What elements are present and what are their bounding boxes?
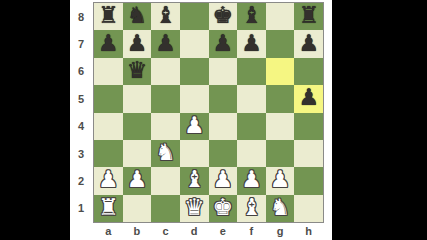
square-c1[interactable]: [151, 195, 180, 222]
square-d8[interactable]: [180, 3, 209, 30]
square-g1[interactable]: ♞: [266, 195, 295, 222]
square-c5[interactable]: [151, 85, 180, 112]
file-label-h: h: [294, 224, 323, 238]
black-pawn-a7: ♟: [98, 32, 119, 55]
square-a2[interactable]: ♟: [94, 167, 123, 194]
rank-label-1: 1: [70, 195, 92, 222]
square-d4[interactable]: ♟: [180, 113, 209, 140]
rank-label-2: 2: [70, 167, 92, 194]
square-f4[interactable]: [237, 113, 266, 140]
square-g7[interactable]: [266, 30, 295, 57]
square-g4[interactable]: [266, 113, 295, 140]
rank-label-4: 4: [70, 113, 92, 140]
square-e5[interactable]: [209, 85, 238, 112]
square-e2[interactable]: ♟: [209, 167, 238, 194]
square-h3[interactable]: [294, 140, 323, 167]
black-king-e8: ♚: [213, 4, 234, 27]
file-label-d: d: [180, 224, 209, 238]
black-pawn-c7: ♟: [155, 32, 176, 55]
black-knight-b8: ♞: [127, 4, 148, 27]
square-b6[interactable]: ♛: [123, 58, 152, 85]
square-b2[interactable]: ♟: [123, 167, 152, 194]
white-knight-c3: ♞: [155, 141, 176, 164]
white-knight-g1: ♞: [270, 196, 291, 219]
square-b7[interactable]: ♟: [123, 30, 152, 57]
white-pawn-b2: ♟: [127, 168, 148, 191]
page-background: { "game": "chess", "position": { "fen": …: [0, 0, 427, 240]
square-d7[interactable]: [180, 30, 209, 57]
white-bishop-f1: ♝: [241, 196, 262, 219]
white-king-e1: ♚: [213, 196, 234, 219]
black-pawn-b7: ♟: [127, 32, 148, 55]
file-label-c: c: [151, 224, 180, 238]
board-panel: ♜♞♝♚♝♜♟♟♟♟♟♟♛♟♟♞♟♟♝♟♟♟♜♛♚♝♞ 87654321 abc…: [70, 0, 332, 240]
square-f5[interactable]: [237, 85, 266, 112]
square-h4[interactable]: [294, 113, 323, 140]
square-e7[interactable]: ♟: [209, 30, 238, 57]
square-a5[interactable]: [94, 85, 123, 112]
square-e8[interactable]: ♚: [209, 3, 238, 30]
square-f6[interactable]: [237, 58, 266, 85]
black-bishop-c8: ♝: [155, 4, 176, 27]
square-g3[interactable]: [266, 140, 295, 167]
white-pawn-e2: ♟: [213, 168, 234, 191]
square-a3[interactable]: [94, 140, 123, 167]
square-h7[interactable]: ♟: [294, 30, 323, 57]
square-f3[interactable]: [237, 140, 266, 167]
square-a1[interactable]: ♜: [94, 195, 123, 222]
square-e1[interactable]: ♚: [209, 195, 238, 222]
square-g6[interactable]: [266, 58, 295, 85]
chess-board: ♜♞♝♚♝♜♟♟♟♟♟♟♛♟♟♞♟♟♝♟♟♟♜♛♚♝♞: [93, 2, 324, 223]
black-pawn-h7: ♟: [298, 32, 319, 55]
square-h5[interactable]: ♟: [294, 85, 323, 112]
square-a8[interactable]: ♜: [94, 3, 123, 30]
square-a7[interactable]: ♟: [94, 30, 123, 57]
square-c7[interactable]: ♟: [151, 30, 180, 57]
square-e3[interactable]: [209, 140, 238, 167]
square-h2[interactable]: [294, 167, 323, 194]
white-bishop-d2: ♝: [184, 168, 205, 191]
square-d6[interactable]: [180, 58, 209, 85]
square-b5[interactable]: [123, 85, 152, 112]
black-rook-h8: ♜: [298, 4, 319, 27]
rank-label-3: 3: [70, 140, 92, 167]
square-f8[interactable]: ♝: [237, 3, 266, 30]
square-c8[interactable]: ♝: [151, 3, 180, 30]
rank-label-7: 7: [70, 30, 92, 57]
black-pawn-f7: ♟: [241, 32, 262, 55]
black-pawn-h5: ♟: [298, 86, 319, 109]
black-pawn-e7: ♟: [213, 32, 234, 55]
file-label-f: f: [237, 224, 266, 238]
square-c6[interactable]: [151, 58, 180, 85]
white-queen-d1: ♛: [184, 196, 205, 219]
square-g8[interactable]: [266, 3, 295, 30]
white-pawn-g2: ♟: [270, 168, 291, 191]
square-b4[interactable]: [123, 113, 152, 140]
file-label-a: a: [94, 224, 123, 238]
square-c3[interactable]: ♞: [151, 140, 180, 167]
square-f7[interactable]: ♟: [237, 30, 266, 57]
square-c4[interactable]: [151, 113, 180, 140]
rank-label-8: 8: [70, 3, 92, 30]
square-h1[interactable]: [294, 195, 323, 222]
square-b1[interactable]: [123, 195, 152, 222]
white-pawn-a2: ♟: [98, 168, 119, 191]
square-g2[interactable]: ♟: [266, 167, 295, 194]
white-pawn-f2: ♟: [241, 168, 262, 191]
black-queen-b6: ♛: [127, 59, 148, 82]
square-d5[interactable]: [180, 85, 209, 112]
square-a4[interactable]: [94, 113, 123, 140]
square-d1[interactable]: ♛: [180, 195, 209, 222]
black-bishop-f8: ♝: [241, 4, 262, 27]
rank-label-5: 5: [70, 85, 92, 112]
white-rook-a1: ♜: [98, 196, 119, 219]
square-g5[interactable]: [266, 85, 295, 112]
square-d2[interactable]: ♝: [180, 167, 209, 194]
square-c2[interactable]: [151, 167, 180, 194]
square-f2[interactable]: ♟: [237, 167, 266, 194]
black-rook-a8: ♜: [98, 4, 119, 27]
square-b3[interactable]: [123, 140, 152, 167]
square-e6[interactable]: [209, 58, 238, 85]
square-b8[interactable]: ♞: [123, 3, 152, 30]
square-f1[interactable]: ♝: [237, 195, 266, 222]
file-label-e: e: [209, 224, 238, 238]
square-e4[interactable]: [209, 113, 238, 140]
square-h6[interactable]: [294, 58, 323, 85]
square-d3[interactable]: [180, 140, 209, 167]
square-a6[interactable]: [94, 58, 123, 85]
white-pawn-d4: ♟: [184, 114, 205, 137]
file-label-g: g: [266, 224, 295, 238]
rank-label-6: 6: [70, 58, 92, 85]
square-h8[interactable]: ♜: [294, 3, 323, 30]
file-label-b: b: [123, 224, 152, 238]
